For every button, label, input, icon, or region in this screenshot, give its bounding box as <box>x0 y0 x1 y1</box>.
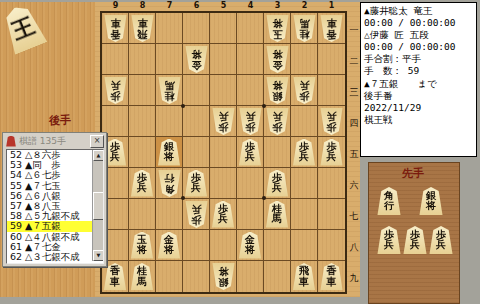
sente-piece-玉将: 玉将 <box>131 232 154 259</box>
piece-char: 将 <box>272 49 282 60</box>
sente-piece-歩兵: 歩兵 <box>403 226 427 254</box>
square-3-9 <box>264 261 291 292</box>
square-2-9: 飛車 <box>291 261 318 292</box>
sente-piece-歩兵: 歩兵 <box>320 139 343 166</box>
piece-char: 兵 <box>218 111 228 122</box>
rank-label-8: 八 <box>348 241 360 254</box>
square-7-9 <box>156 261 183 292</box>
square-3-6: 歩兵 <box>264 168 291 199</box>
kifu-titlebar[interactable]: 棋譜 135手 × <box>3 133 106 148</box>
piece-char: 兵 <box>384 240 394 251</box>
hoshi-dot <box>181 104 185 108</box>
square-6-1 <box>183 13 210 44</box>
piece-char: 将 <box>272 80 282 91</box>
square-6-5 <box>183 137 210 168</box>
square-7-7 <box>156 199 183 230</box>
square-4-1 <box>237 13 264 44</box>
gote-piece-角行: 角行 <box>158 170 181 197</box>
gote-piece-歩兵: 歩兵 <box>293 77 316 104</box>
square-8-6: 歩兵 <box>129 168 156 199</box>
file-label-5: 5 <box>210 1 237 10</box>
game-info-panel: ▲藤井聡太 竜王00:00 / 00:00:00△伊藤 匠 五段00:00 / … <box>360 2 477 157</box>
close-icon[interactable]: × <box>90 135 104 148</box>
square-2-7 <box>291 199 318 230</box>
sente-piece-銀将: 銀将 <box>419 187 443 215</box>
piece-char: 兵 <box>245 111 255 122</box>
move-rows: 52△８六歩53▲同 歩54△６七歩55▲７七玉56△６八銀57▲８八玉58△５… <box>7 150 103 262</box>
shogi-board: 香車飛車玉将桂馬香車金将金将歩兵桂馬銀将歩兵歩兵歩兵歩兵歩兵歩兵銀将歩兵歩兵歩兵… <box>100 11 347 294</box>
square-9-2 <box>102 44 129 75</box>
piece-char: 将 <box>137 245 147 256</box>
piece-char: 兵 <box>272 111 282 122</box>
move-text: ▲７五銀 <box>25 221 61 231</box>
square-3-2: 金将 <box>264 44 291 75</box>
move-list[interactable]: 52△８六歩53▲同 歩54△６七歩55▲７七玉56△６八銀57▲８八玉58△５… <box>6 149 104 264</box>
move-row-59[interactable]: 59▲７五銀 <box>7 221 103 231</box>
piece-char: 桂 <box>164 90 174 101</box>
square-5-2 <box>210 44 237 75</box>
square-2-2 <box>291 44 318 75</box>
info-line-8: 2022/11/29 <box>364 102 476 114</box>
square-2-1: 桂馬 <box>291 13 318 44</box>
square-4-4: 歩兵 <box>237 106 264 137</box>
piece-char: 車 <box>299 277 309 288</box>
gote-hand-label: 後手 <box>49 113 71 128</box>
sente-piece-歩兵: 歩兵 <box>293 139 316 166</box>
piece-char: 歩 <box>327 121 337 132</box>
sente-piece-角行: 角行 <box>377 187 401 215</box>
square-1-8 <box>318 230 345 261</box>
logo-piece-char: 王 <box>8 13 37 43</box>
scroll-down-icon[interactable]: ▼ <box>93 250 104 261</box>
piece-char: 兵 <box>272 183 282 194</box>
sente-piece-歩兵: 歩兵 <box>185 170 208 197</box>
piece-char: 兵 <box>299 152 309 163</box>
square-2-4 <box>291 106 318 137</box>
gote-piece-歩兵: 歩兵 <box>239 108 262 135</box>
piece-char: 銀 <box>272 90 282 101</box>
info-line-5: 手 数： 59 <box>364 65 476 77</box>
square-5-7: 歩兵 <box>210 199 237 230</box>
app-window: 王 後手 987654321 一二三四五六七八九 香車飛車玉将桂馬香車金将金将歩… <box>0 0 480 304</box>
square-8-9: 桂馬 <box>129 261 156 292</box>
square-5-4: 歩兵 <box>210 106 237 137</box>
rank-label-5: 五 <box>348 148 360 161</box>
sente-piece-桂馬: 桂馬 <box>131 263 154 290</box>
piece-char: 兵 <box>327 111 337 122</box>
square-1-3 <box>318 75 345 106</box>
piece-char: 歩 <box>110 90 120 101</box>
piece-char: 行 <box>384 201 394 212</box>
sente-piece-歩兵: 歩兵 <box>266 170 289 197</box>
square-6-6: 歩兵 <box>183 168 210 199</box>
piece-char: 車 <box>137 18 147 29</box>
square-4-8: 金将 <box>237 230 264 261</box>
piece-char: 兵 <box>218 214 228 225</box>
sente-piece-金将: 金将 <box>239 232 262 259</box>
piece-char: 車 <box>110 277 120 288</box>
square-2-3: 歩兵 <box>291 75 318 106</box>
piece-char: 歩 <box>191 214 201 225</box>
sente-piece-銀将: 銀将 <box>158 139 181 166</box>
info-line-1: 00:00 / 00:00:00 <box>364 17 476 29</box>
file-label-8: 8 <box>129 1 156 10</box>
square-3-8 <box>264 230 291 261</box>
sente-piece-金将: 金将 <box>158 232 181 259</box>
square-5-3 <box>210 75 237 106</box>
piece-char: 馬 <box>137 277 147 288</box>
file-label-2: 2 <box>291 1 318 10</box>
piece-char: 玉 <box>272 28 282 39</box>
square-2-5: 歩兵 <box>291 137 318 168</box>
square-3-5 <box>264 137 291 168</box>
piece-char: 歩 <box>245 121 255 132</box>
square-5-6 <box>210 168 237 199</box>
square-6-2: 金将 <box>183 44 210 75</box>
piece-char: 車 <box>327 18 337 29</box>
rank-label-4: 四 <box>348 117 360 130</box>
piece-char: 歩 <box>299 90 309 101</box>
scroll-up-icon[interactable]: ▲ <box>93 150 104 161</box>
gote-piece-銀将: 銀将 <box>212 263 235 290</box>
piece-char: 飛 <box>299 266 309 277</box>
piece-char: 兵 <box>191 204 201 215</box>
piece-char: 金 <box>272 59 282 70</box>
kifu-title: 棋譜 135手 <box>19 135 90 148</box>
piece-char: 香 <box>110 266 120 277</box>
gote-piece-金将: 金将 <box>266 46 289 73</box>
sente-piece-歩兵: 歩兵 <box>239 139 262 166</box>
rank-label-3: 三 <box>348 86 360 99</box>
square-7-5: 銀将 <box>156 137 183 168</box>
kifu-window: 棋譜 135手 × 52△８六歩53▲同 歩54△６七歩55▲７七玉56△６八銀… <box>2 132 107 267</box>
gote-piece-香車: 香車 <box>104 15 127 42</box>
piece-char: 車 <box>110 18 120 29</box>
sente-piece-歩兵: 歩兵 <box>212 201 235 228</box>
gote-piece-歩兵: 歩兵 <box>104 77 127 104</box>
square-6-7: 歩兵 <box>183 199 210 230</box>
gote-piece-歩兵: 歩兵 <box>320 108 343 135</box>
piece-char: 将 <box>164 152 174 163</box>
rank-label-1: 一 <box>348 24 360 37</box>
square-8-4 <box>129 106 156 137</box>
square-5-1 <box>210 13 237 44</box>
piece-char: 兵 <box>137 183 147 194</box>
square-7-2 <box>156 44 183 75</box>
sente-piece-桂馬: 桂馬 <box>266 201 289 228</box>
square-8-8: 玉将 <box>129 230 156 261</box>
square-1-2 <box>318 44 345 75</box>
square-6-3 <box>183 75 210 106</box>
piece-char: 行 <box>164 173 174 184</box>
piece-char: 金 <box>191 59 201 70</box>
square-9-1: 香車 <box>102 13 129 44</box>
info-line-7: 後手番 <box>364 90 476 102</box>
square-4-7 <box>237 199 264 230</box>
piece-char: 車 <box>327 277 337 288</box>
square-5-5 <box>210 137 237 168</box>
sente-piece-歩兵: 歩兵 <box>429 226 453 254</box>
file-label-7: 7 <box>156 1 183 10</box>
file-label-4: 4 <box>237 1 264 10</box>
square-4-3 <box>237 75 264 106</box>
gote-piece-歩兵: 歩兵 <box>185 201 208 228</box>
square-5-8 <box>210 230 237 261</box>
square-1-4: 歩兵 <box>318 106 345 137</box>
piece-char: 兵 <box>191 183 201 194</box>
move-text: △３七銀不成 <box>25 252 80 262</box>
scrollbar-thumb[interactable] <box>93 192 104 220</box>
piece-char: 将 <box>218 266 228 277</box>
gote-piece-桂馬: 桂馬 <box>158 77 181 104</box>
sente-piece-飛車: 飛車 <box>293 263 316 290</box>
square-3-3: 銀将 <box>264 75 291 106</box>
square-4-2 <box>237 44 264 75</box>
gote-piece-飛車: 飛車 <box>131 15 154 42</box>
piece-char: 角 <box>164 183 174 194</box>
piece-char: 飛 <box>137 28 147 39</box>
square-5-9: 銀将 <box>210 261 237 292</box>
square-3-4: 歩兵 <box>264 106 291 137</box>
square-6-4 <box>183 106 210 137</box>
info-line-2: △伊藤 匠 五段 <box>364 29 476 41</box>
info-line-9: 棋王戦 <box>364 114 476 126</box>
piece-char: 桂 <box>299 28 309 39</box>
gote-piece-歩兵: 歩兵 <box>266 108 289 135</box>
square-6-8 <box>183 230 210 261</box>
shogi-piece-logo-icon: 王 <box>0 1 48 55</box>
rank-label-7: 七 <box>348 210 360 223</box>
piece-char: 兵 <box>299 80 309 91</box>
square-8-5 <box>129 137 156 168</box>
piece-char: 将 <box>191 49 201 60</box>
square-6-9 <box>183 261 210 292</box>
square-7-1 <box>156 13 183 44</box>
square-9-3: 歩兵 <box>102 75 129 106</box>
square-1-5: 歩兵 <box>318 137 345 168</box>
piece-char: 兵 <box>410 240 420 251</box>
sente-piece-歩兵: 歩兵 <box>377 226 401 254</box>
gote-piece-玉将: 玉将 <box>266 15 289 42</box>
info-line-0: ▲藤井聡太 竜王 <box>364 5 476 17</box>
info-line-6: ▲７五銀 まで <box>364 78 476 90</box>
kifu-piece-icon <box>6 136 16 147</box>
square-8-1: 飛車 <box>129 13 156 44</box>
piece-char: 香 <box>327 266 337 277</box>
square-7-3: 桂馬 <box>156 75 183 106</box>
piece-char: 馬 <box>272 214 282 225</box>
piece-char: 銀 <box>218 277 228 288</box>
sente-hand-label: 先手 <box>402 166 424 181</box>
square-7-6: 角行 <box>156 168 183 199</box>
gote-piece-金将: 金将 <box>185 46 208 73</box>
square-8-2 <box>129 44 156 75</box>
piece-char: 兵 <box>110 152 120 163</box>
piece-char: 兵 <box>436 240 446 251</box>
sente-piece-歩兵: 歩兵 <box>131 170 154 197</box>
file-label-1: 1 <box>318 1 345 10</box>
square-4-5: 歩兵 <box>237 137 264 168</box>
info-line-3: 00:00 / 00:00:00 <box>364 41 476 53</box>
piece-char: 香 <box>327 28 337 39</box>
move-row-62[interactable]: 62△３七銀不成 <box>7 252 103 262</box>
piece-char: 兵 <box>327 152 337 163</box>
rank-label-9: 九 <box>348 272 360 285</box>
piece-char: 将 <box>272 18 282 29</box>
piece-char: 馬 <box>164 80 174 91</box>
gote-piece-歩兵: 歩兵 <box>212 108 235 135</box>
piece-char: 兵 <box>110 80 120 91</box>
gote-piece-香車: 香車 <box>320 15 343 42</box>
move-number: 59 <box>7 221 22 231</box>
square-1-9: 香車 <box>318 261 345 292</box>
square-3-1: 玉将 <box>264 13 291 44</box>
move-number: 62 <box>7 252 22 262</box>
gote-piece-銀将: 銀将 <box>266 77 289 104</box>
sente-piece-香車: 香車 <box>104 263 127 290</box>
sente-piece-香車: 香車 <box>320 263 343 290</box>
square-3-7: 桂馬 <box>264 199 291 230</box>
rank-label-6: 六 <box>348 179 360 192</box>
square-1-1: 香車 <box>318 13 345 44</box>
piece-char: 馬 <box>299 18 309 29</box>
square-1-6 <box>318 168 345 199</box>
square-4-9 <box>237 261 264 292</box>
square-4-6 <box>237 168 264 199</box>
square-2-8 <box>291 230 318 261</box>
sente-hand-tray: 先手 角行銀将歩兵歩兵歩兵 <box>368 162 460 304</box>
piece-char: 香 <box>110 28 120 39</box>
gote-piece-桂馬: 桂馬 <box>293 15 316 42</box>
piece-char: 将 <box>245 245 255 256</box>
square-2-6 <box>291 168 318 199</box>
piece-char: 歩 <box>218 121 228 132</box>
square-7-4 <box>156 106 183 137</box>
square-8-7 <box>129 199 156 230</box>
file-label-6: 6 <box>183 1 210 10</box>
info-line-4: 手合割：平手 <box>364 53 476 65</box>
rank-label-2: 二 <box>348 55 360 68</box>
piece-char: 将 <box>164 245 174 256</box>
piece-char: 兵 <box>245 152 255 163</box>
hoshi-dot <box>262 104 266 108</box>
file-label-3: 3 <box>264 1 291 10</box>
square-7-8: 金将 <box>156 230 183 261</box>
file-label-9: 9 <box>102 1 129 10</box>
square-8-3 <box>129 75 156 106</box>
piece-char: 桂 <box>137 266 147 277</box>
move-list-scrollbar[interactable]: ▲ ▼ <box>92 150 103 261</box>
piece-char: 将 <box>426 201 436 212</box>
piece-char: 歩 <box>272 121 282 132</box>
square-1-7 <box>318 199 345 230</box>
